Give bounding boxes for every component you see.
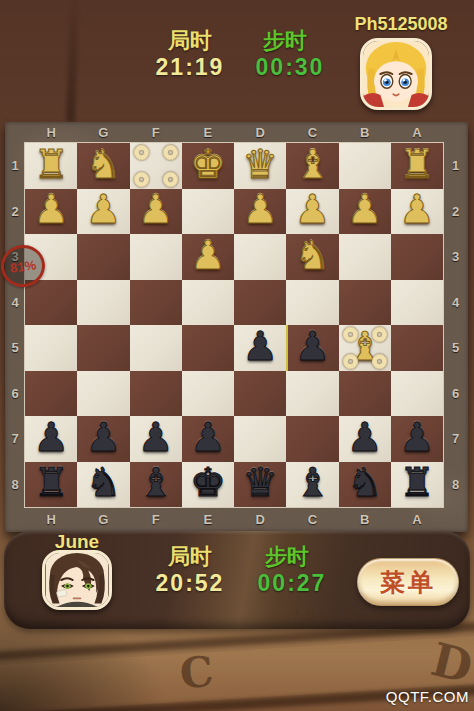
- bottom-move-time-label: 步时: [245, 542, 329, 572]
- file-label-f: F: [130, 511, 182, 528]
- square-b3[interactable]: [339, 234, 391, 280]
- rank-label-7: 7: [5, 416, 25, 462]
- file-label-g: G: [77, 124, 129, 141]
- square-h5[interactable]: [25, 325, 77, 371]
- game-screen: C D 局时 21:19 步时 00:30 Ph5125008: [0, 0, 474, 711]
- square-g5[interactable]: [77, 325, 129, 371]
- square-d8[interactable]: ♛: [234, 462, 286, 508]
- square-c5[interactable]: ♟: [286, 325, 338, 371]
- black-bishop-piece: ♝: [138, 462, 174, 502]
- square-c7[interactable]: [286, 416, 338, 462]
- rank-label-5: 5: [5, 325, 25, 371]
- top-move-time-label: 步时: [243, 26, 327, 56]
- black-rook-piece: ♜: [399, 462, 435, 502]
- white-rook-piece: ♜: [399, 144, 435, 184]
- square-b5[interactable]: ♝: [339, 325, 391, 371]
- square-g8[interactable]: ♞: [77, 462, 129, 508]
- square-h1[interactable]: ♜: [25, 143, 77, 189]
- file-label-b: B: [339, 124, 391, 141]
- rank-label-3: 3: [443, 234, 468, 280]
- square-e6[interactable]: [182, 371, 234, 417]
- square-g3[interactable]: [77, 234, 129, 280]
- white-pawn-piece: ♟: [138, 189, 174, 229]
- square-e4[interactable]: [182, 280, 234, 326]
- square-b6[interactable]: [339, 371, 391, 417]
- square-f1[interactable]: [130, 143, 182, 189]
- file-label-h: H: [25, 511, 77, 528]
- square-d2[interactable]: ♟: [234, 189, 286, 235]
- wood-seam: [66, 0, 79, 122]
- white-pawn-piece: ♟: [33, 189, 69, 229]
- square-h7[interactable]: ♟: [25, 416, 77, 462]
- menu-button[interactable]: 菜单: [357, 558, 459, 606]
- square-h6[interactable]: [25, 371, 77, 417]
- top-game-time-label: 局时: [148, 26, 232, 56]
- square-f6[interactable]: [130, 371, 182, 417]
- chess-board: HGFEDCBA 12345678 12345678 HGFEDCBA ♜♞♚♛…: [5, 122, 468, 532]
- site-watermark: QQTF.COM: [386, 688, 469, 705]
- bottom-game-time-label: 局时: [148, 542, 232, 572]
- square-h8[interactable]: ♜: [25, 462, 77, 508]
- file-label-a: A: [391, 511, 443, 528]
- black-pawn-piece: ♟: [294, 326, 330, 366]
- file-labels-top: HGFEDCBA: [25, 124, 443, 141]
- black-queen-piece: ♛: [242, 462, 278, 502]
- rank-label-8: 8: [5, 462, 25, 508]
- square-e2[interactable]: [182, 189, 234, 235]
- white-rook-piece: ♜: [33, 144, 69, 184]
- rank-label-2: 2: [5, 189, 25, 235]
- white-knight-piece: ♞: [294, 235, 330, 275]
- square-h2[interactable]: ♟: [25, 189, 77, 235]
- white-pawn-piece: ♟: [190, 235, 226, 275]
- file-label-b: B: [339, 511, 391, 528]
- black-king-piece: ♚: [190, 462, 226, 502]
- white-pawn-piece: ♟: [399, 189, 435, 229]
- black-pawn-piece: ♟: [399, 417, 435, 457]
- square-a7[interactable]: ♟: [391, 416, 443, 462]
- square-f5[interactable]: [130, 325, 182, 371]
- square-f3[interactable]: [130, 234, 182, 280]
- square-c1[interactable]: ♝: [286, 143, 338, 189]
- square-a2[interactable]: ♟: [391, 189, 443, 235]
- square-d6[interactable]: [234, 371, 286, 417]
- black-bishop-piece: ♝: [294, 462, 330, 502]
- square-e8[interactable]: ♚: [182, 462, 234, 508]
- square-f2[interactable]: ♟: [130, 189, 182, 235]
- square-e5[interactable]: [182, 325, 234, 371]
- black-pawn-piece: ♟: [85, 417, 121, 457]
- file-label-h: H: [25, 124, 77, 141]
- rank-label-5: 5: [443, 325, 468, 371]
- square-b4[interactable]: [339, 280, 391, 326]
- top-move-time: 00:30: [238, 54, 342, 81]
- anime-boy-avatar-icon: [45, 553, 109, 607]
- square-a1[interactable]: ♜: [391, 143, 443, 189]
- white-pawn-piece: ♟: [294, 189, 330, 229]
- file-label-d: D: [234, 124, 286, 141]
- bottom-move-time: 00:27: [240, 570, 344, 597]
- white-bishop-piece: ♝: [294, 144, 330, 184]
- square-g7[interactable]: ♟: [77, 416, 129, 462]
- black-pawn-piece: ♟: [190, 417, 226, 457]
- rank-label-6: 6: [5, 371, 25, 417]
- top-game-time: 21:19: [138, 54, 242, 81]
- black-pawn-piece: ♟: [33, 417, 69, 457]
- square-e3[interactable]: ♟: [182, 234, 234, 280]
- rank-labels-left: 12345678: [5, 143, 25, 507]
- top-player-avatar[interactable]: [360, 38, 432, 110]
- rank-label-2: 2: [443, 189, 468, 235]
- rank-labels-right: 12345678: [443, 143, 468, 507]
- square-g2[interactable]: ♟: [77, 189, 129, 235]
- square-c8[interactable]: ♝: [286, 462, 338, 508]
- square-g6[interactable]: [77, 371, 129, 417]
- file-label-c: C: [286, 124, 338, 141]
- white-knight-piece: ♞: [85, 144, 121, 184]
- square-d3[interactable]: [234, 234, 286, 280]
- square-e1[interactable]: ♚: [182, 143, 234, 189]
- file-label-d: D: [234, 511, 286, 528]
- square-g4[interactable]: [77, 280, 129, 326]
- square-a3[interactable]: [391, 234, 443, 280]
- square-a4[interactable]: [391, 280, 443, 326]
- white-pawn-piece: ♟: [85, 189, 121, 229]
- square-b2[interactable]: ♟: [339, 189, 391, 235]
- bottom-game-time: 20:52: [138, 570, 242, 597]
- file-labels-bottom: HGFEDCBA: [25, 511, 443, 528]
- square-a8[interactable]: ♜: [391, 462, 443, 508]
- file-label-e: E: [182, 124, 234, 141]
- square-e7[interactable]: ♟: [182, 416, 234, 462]
- square-b1[interactable]: [339, 143, 391, 189]
- rank-label-6: 6: [443, 371, 468, 417]
- square-b7[interactable]: ♟: [339, 416, 391, 462]
- square-a6[interactable]: [391, 371, 443, 417]
- square-f7[interactable]: ♟: [130, 416, 182, 462]
- square-d1[interactable]: ♛: [234, 143, 286, 189]
- anime-girl-avatar-icon: [363, 41, 429, 107]
- square-f8[interactable]: ♝: [130, 462, 182, 508]
- white-king-piece: ♚: [190, 144, 226, 184]
- black-knight-piece: ♞: [347, 462, 383, 502]
- black-pawn-piece: ♟: [347, 417, 383, 457]
- file-label-g: G: [77, 511, 129, 528]
- black-pawn-piece: ♟: [242, 326, 278, 366]
- square-h4[interactable]: [25, 280, 77, 326]
- background-letter-c: C: [178, 646, 216, 698]
- square-b8[interactable]: ♞: [339, 462, 391, 508]
- square-d4[interactable]: [234, 280, 286, 326]
- rank-label-1: 1: [5, 143, 25, 189]
- square-a5[interactable]: [391, 325, 443, 371]
- black-pawn-piece: ♟: [138, 417, 174, 457]
- square-c6[interactable]: [286, 371, 338, 417]
- rank-label-4: 4: [443, 280, 468, 326]
- square-c3[interactable]: ♞: [286, 234, 338, 280]
- square-d5[interactable]: ♟: [234, 325, 286, 371]
- file-label-a: A: [391, 124, 443, 141]
- white-queen-piece: ♛: [242, 144, 278, 184]
- white-pawn-piece: ♟: [242, 189, 278, 229]
- file-label-f: F: [130, 124, 182, 141]
- rank-label-7: 7: [443, 416, 468, 462]
- square-f4[interactable]: [130, 280, 182, 326]
- black-rook-piece: ♜: [33, 462, 69, 502]
- square-d7[interactable]: [234, 416, 286, 462]
- square-c2[interactable]: ♟: [286, 189, 338, 235]
- file-label-e: E: [182, 511, 234, 528]
- file-label-c: C: [286, 511, 338, 528]
- white-pawn-piece: ♟: [347, 189, 383, 229]
- board-grid: ♜♞♚♛♝♜♟♟♟♟♟♟♟♟♞♟♟♝♟♟♟♟♟♟♜♞♝♚♛♝♞♜: [25, 143, 443, 507]
- black-knight-piece: ♞: [85, 462, 121, 502]
- square-g1[interactable]: ♞: [77, 143, 129, 189]
- bottom-player-avatar[interactable]: [42, 550, 112, 610]
- rank-label-1: 1: [443, 143, 468, 189]
- rank-label-8: 8: [443, 462, 468, 508]
- square-c4[interactable]: [286, 280, 338, 326]
- top-player-name: Ph5125008: [336, 14, 466, 35]
